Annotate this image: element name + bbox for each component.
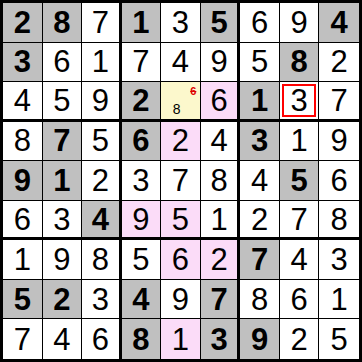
cell-r5c1[interactable]: 9 xyxy=(3,161,43,201)
cell-r5c7[interactable]: 4 xyxy=(240,161,280,201)
cell-r7c7[interactable]: 7 xyxy=(240,240,280,280)
digit-r3c4: 2 xyxy=(132,85,149,116)
digit-r1c7: 6 xyxy=(251,7,268,38)
cell-r3c5[interactable]: 68 xyxy=(161,82,201,122)
cell-r6c2[interactable]: 3 xyxy=(43,201,83,241)
cell-r8c3[interactable]: 3 xyxy=(82,280,122,320)
cell-r1c6[interactable]: 5 xyxy=(201,3,241,43)
digit-r4c9: 9 xyxy=(331,125,348,156)
cell-r4c4[interactable]: 6 xyxy=(122,122,162,162)
digit-r1c8: 9 xyxy=(291,7,308,38)
cell-r5c3[interactable]: 2 xyxy=(82,161,122,201)
cell-r9c2[interactable]: 4 xyxy=(43,319,83,359)
pencil-mark-6: 6 xyxy=(190,86,196,97)
cell-r4c1[interactable]: 8 xyxy=(3,122,43,162)
digit-r8c9: 1 xyxy=(331,284,348,315)
digit-r7c1: 1 xyxy=(14,244,31,275)
cell-r3c3[interactable]: 9 xyxy=(82,82,122,122)
digit-r1c1: 2 xyxy=(14,7,31,38)
cell-r3c9[interactable]: 7 xyxy=(319,82,359,122)
cell-r1c2[interactable]: 8 xyxy=(43,3,83,43)
cell-r8c9[interactable]: 1 xyxy=(319,280,359,320)
digit-r2c9: 2 xyxy=(331,46,348,77)
digit-r8c7: 8 xyxy=(251,284,268,315)
digit-r2c5: 4 xyxy=(172,46,189,77)
digit-r6c3: 4 xyxy=(92,204,109,235)
cell-r8c8[interactable]: 6 xyxy=(280,280,320,320)
digit-r6c8: 7 xyxy=(291,204,308,235)
digit-r2c2: 6 xyxy=(53,46,70,77)
digit-r9c8: 2 xyxy=(291,324,308,355)
cell-r2c5[interactable]: 4 xyxy=(161,43,201,83)
digit-r5c2: 1 xyxy=(53,165,70,196)
digit-r9c4: 8 xyxy=(132,324,149,355)
cell-r3c7[interactable]: 1 xyxy=(240,82,280,122)
cell-r2c7[interactable]: 5 xyxy=(240,43,280,83)
cell-r1c9[interactable]: 4 xyxy=(319,3,359,43)
digit-r6c5: 5 xyxy=(172,204,189,235)
cell-r2c6[interactable]: 9 xyxy=(201,43,241,83)
cell-r1c3[interactable]: 7 xyxy=(82,3,122,43)
cell-r5c8[interactable]: 5 xyxy=(280,161,320,201)
digit-r6c6: 1 xyxy=(210,204,227,235)
digit-r3c1: 4 xyxy=(14,85,31,116)
cell-r2c8[interactable]: 8 xyxy=(280,43,320,83)
cell-r1c8[interactable]: 9 xyxy=(280,3,320,43)
digit-r7c5: 6 xyxy=(172,244,189,275)
digit-r5c8: 5 xyxy=(291,165,308,196)
digit-r5c4: 3 xyxy=(132,165,149,196)
cell-r9c6[interactable]: 3 xyxy=(201,319,241,359)
digit-r1c9: 4 xyxy=(331,7,348,38)
digit-r4c8: 1 xyxy=(291,125,308,156)
cell-r9c4[interactable]: 8 xyxy=(122,319,162,359)
cell-r6c4[interactable]: 9 xyxy=(122,201,162,241)
sudoku-board: 2871356943617495824592686137875624319912… xyxy=(0,0,362,362)
cell-r4c8[interactable]: 1 xyxy=(280,122,320,162)
digit-r7c4: 5 xyxy=(132,244,149,275)
cell-r2c4[interactable]: 7 xyxy=(122,43,162,83)
cell-r9c7[interactable]: 9 xyxy=(240,319,280,359)
digit-r6c4: 9 xyxy=(132,204,149,235)
cell-r7c9[interactable]: 3 xyxy=(319,240,359,280)
cell-r3c8[interactable]: 3 xyxy=(280,82,320,122)
cell-r1c1[interactable]: 2 xyxy=(3,3,43,43)
cell-r7c3[interactable]: 8 xyxy=(82,240,122,280)
digit-r4c6: 4 xyxy=(210,125,227,156)
digit-r7c7: 7 xyxy=(251,244,268,275)
cell-r5c5[interactable]: 7 xyxy=(161,161,201,201)
digit-r3c3: 9 xyxy=(92,85,109,116)
cell-r9c9[interactable]: 5 xyxy=(319,319,359,359)
cell-r7c4[interactable]: 5 xyxy=(122,240,162,280)
cell-r8c5[interactable]: 9 xyxy=(161,280,201,320)
digit-r4c2: 7 xyxy=(53,125,70,156)
digit-r4c1: 8 xyxy=(14,125,31,156)
digit-r9c3: 6 xyxy=(92,324,109,355)
cell-r6c5[interactable]: 5 xyxy=(161,201,201,241)
digit-r2c1: 3 xyxy=(14,46,31,77)
digit-r2c3: 1 xyxy=(92,46,109,77)
cell-r8c1[interactable]: 5 xyxy=(3,280,43,320)
digit-r9c2: 4 xyxy=(53,324,70,355)
cell-r9c5[interactable]: 1 xyxy=(161,319,201,359)
digit-r9c6: 3 xyxy=(210,324,227,355)
digit-r8c5: 9 xyxy=(172,284,189,315)
cell-r1c7[interactable]: 6 xyxy=(240,3,280,43)
cell-r9c8[interactable]: 2 xyxy=(280,319,320,359)
digit-r5c3: 2 xyxy=(92,165,109,196)
cell-r9c1[interactable]: 7 xyxy=(3,319,43,359)
digit-r6c7: 2 xyxy=(251,204,268,235)
cell-r8c2[interactable]: 2 xyxy=(43,280,83,320)
cell-r6c9[interactable]: 8 xyxy=(319,201,359,241)
cell-r7c5[interactable]: 6 xyxy=(161,240,201,280)
cell-r7c1[interactable]: 1 xyxy=(3,240,43,280)
digit-r9c5: 1 xyxy=(172,324,189,355)
digit-r7c3: 8 xyxy=(92,244,109,275)
digit-r8c2: 2 xyxy=(53,284,70,315)
digit-r8c4: 4 xyxy=(132,284,149,315)
cell-r2c1[interactable]: 3 xyxy=(3,43,43,83)
cell-r2c2[interactable]: 6 xyxy=(43,43,83,83)
digit-r1c4: 1 xyxy=(132,7,149,38)
cell-r8c6[interactable]: 7 xyxy=(201,280,241,320)
digit-r5c1: 9 xyxy=(14,165,31,196)
digit-r3c6: 6 xyxy=(210,85,227,116)
cell-r6c8[interactable]: 7 xyxy=(280,201,320,241)
digit-r9c9: 5 xyxy=(331,324,348,355)
digit-r3c8: 3 xyxy=(291,85,308,116)
cell-r3c1[interactable]: 4 xyxy=(3,82,43,122)
digit-r3c9: 7 xyxy=(331,85,348,116)
digit-r2c7: 5 xyxy=(251,46,268,77)
cell-r8c4[interactable]: 4 xyxy=(122,280,162,320)
cell-r4c5[interactable]: 2 xyxy=(161,122,201,162)
cell-r4c9[interactable]: 9 xyxy=(319,122,359,162)
digit-r2c8: 8 xyxy=(291,46,308,77)
digit-r5c5: 7 xyxy=(172,165,189,196)
digit-r5c6: 8 xyxy=(210,165,227,196)
cell-r3c4[interactable]: 2 xyxy=(122,82,162,122)
digit-r5c7: 4 xyxy=(251,165,268,196)
digit-r6c1: 6 xyxy=(14,204,31,235)
cell-r6c6[interactable]: 1 xyxy=(201,201,241,241)
cell-r5c4[interactable]: 3 xyxy=(122,161,162,201)
digit-r1c6: 5 xyxy=(210,7,227,38)
digit-r7c8: 4 xyxy=(291,244,308,275)
digit-r4c4: 6 xyxy=(132,125,149,156)
cell-r3c2[interactable]: 5 xyxy=(43,82,83,122)
digit-r8c6: 7 xyxy=(210,284,227,315)
cell-r7c2[interactable]: 9 xyxy=(43,240,83,280)
cell-r7c6[interactable]: 2 xyxy=(201,240,241,280)
cell-r5c9[interactable]: 6 xyxy=(319,161,359,201)
digit-r5c9: 6 xyxy=(331,165,348,196)
cell-r3c6[interactable]: 6 xyxy=(201,82,241,122)
cell-r4c6[interactable]: 4 xyxy=(201,122,241,162)
cell-r9c3[interactable]: 6 xyxy=(82,319,122,359)
digit-r2c6: 9 xyxy=(210,46,227,77)
digit-r8c3: 3 xyxy=(92,284,109,315)
cell-r1c4[interactable]: 1 xyxy=(122,3,162,43)
digit-r7c6: 2 xyxy=(210,244,227,275)
digit-r1c5: 3 xyxy=(172,7,189,38)
digit-r8c1: 5 xyxy=(14,284,31,315)
digit-r1c3: 7 xyxy=(92,7,109,38)
cell-r4c7[interactable]: 3 xyxy=(240,122,280,162)
cell-r7c8[interactable]: 4 xyxy=(280,240,320,280)
cell-r4c3[interactable]: 5 xyxy=(82,122,122,162)
cell-r8c7[interactable]: 8 xyxy=(240,280,280,320)
cell-r5c2[interactable]: 1 xyxy=(43,161,83,201)
digit-r7c2: 9 xyxy=(53,244,70,275)
cell-r5c6[interactable]: 8 xyxy=(201,161,241,201)
pencil-mark-8: 8 xyxy=(173,102,181,116)
cell-r4c2[interactable]: 7 xyxy=(43,122,83,162)
cell-r6c1[interactable]: 6 xyxy=(3,201,43,241)
digit-r4c7: 3 xyxy=(251,125,268,156)
digit-r7c9: 3 xyxy=(331,244,348,275)
cell-r1c5[interactable]: 3 xyxy=(161,3,201,43)
digit-r3c2: 5 xyxy=(53,85,70,116)
cell-r2c3[interactable]: 1 xyxy=(82,43,122,83)
digit-r9c7: 9 xyxy=(251,324,268,355)
digit-r2c4: 7 xyxy=(132,46,149,77)
digit-r3c7: 1 xyxy=(251,85,268,116)
cell-r6c3[interactable]: 4 xyxy=(82,201,122,241)
digit-r4c5: 2 xyxy=(172,125,189,156)
digit-r4c3: 5 xyxy=(92,125,109,156)
digit-r6c2: 3 xyxy=(53,204,70,235)
cell-r6c7[interactable]: 2 xyxy=(240,201,280,241)
digit-r6c9: 8 xyxy=(331,204,348,235)
digit-r8c8: 6 xyxy=(291,284,308,315)
digit-r9c1: 7 xyxy=(14,324,31,355)
cell-r2c9[interactable]: 2 xyxy=(319,43,359,83)
digit-r1c2: 8 xyxy=(53,7,70,38)
